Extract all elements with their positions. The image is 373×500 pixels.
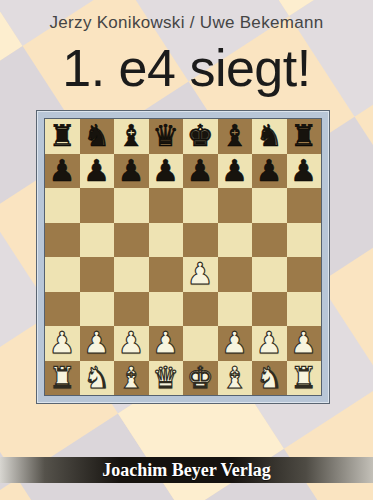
square-a2: ♟ [45, 326, 80, 361]
piece-white-pawn: ♟ [290, 326, 317, 361]
piece-black-pawn: ♟ [152, 154, 179, 189]
square-e3 [183, 292, 218, 327]
piece-white-bishop: ♝ [118, 361, 145, 396]
square-c1: ♝ [114, 361, 149, 396]
square-h8: ♜ [287, 119, 322, 154]
square-c6 [114, 188, 149, 223]
piece-black-rook: ♜ [49, 119, 76, 154]
square-d6 [149, 188, 184, 223]
square-g7: ♟ [252, 154, 287, 189]
square-g2: ♟ [252, 326, 287, 361]
square-g8: ♞ [252, 119, 287, 154]
square-b6 [80, 188, 115, 223]
square-b1: ♞ [80, 361, 115, 396]
square-c3 [114, 292, 149, 327]
square-e2 [183, 326, 218, 361]
square-e7: ♟ [183, 154, 218, 189]
square-a6 [45, 188, 80, 223]
square-f5 [218, 223, 253, 258]
piece-white-rook: ♜ [290, 361, 317, 396]
square-c4 [114, 257, 149, 292]
square-f3 [218, 292, 253, 327]
square-f2: ♟ [218, 326, 253, 361]
square-e5 [183, 223, 218, 258]
author-names: Jerzy Konikowski / Uwe Bekemann [0, 13, 373, 33]
square-e1: ♚ [183, 361, 218, 396]
square-a7: ♟ [45, 154, 80, 189]
square-d7: ♟ [149, 154, 184, 189]
piece-black-pawn: ♟ [118, 154, 145, 189]
square-h5 [287, 223, 322, 258]
square-h7: ♟ [287, 154, 322, 189]
square-g1: ♞ [252, 361, 287, 396]
publisher-bar: Joachim Beyer Verlag [0, 457, 373, 483]
piece-black-king: ♚ [187, 119, 214, 154]
piece-white-king: ♚ [187, 361, 214, 396]
square-a8: ♜ [45, 119, 80, 154]
book-title: 1. e4 siegt! [0, 38, 373, 98]
square-c2: ♟ [114, 326, 149, 361]
square-b7: ♟ [80, 154, 115, 189]
square-h1: ♜ [287, 361, 322, 396]
piece-white-bishop: ♝ [221, 361, 248, 396]
square-d4 [149, 257, 184, 292]
piece-white-knight: ♞ [256, 361, 283, 396]
chess-board: ♜♞♝♛♚♝♞♜♟♟♟♟♟♟♟♟♟♟♟♟♟♟♟♟♜♞♝♛♚♝♞♜ [36, 110, 330, 404]
piece-white-pawn: ♟ [83, 326, 110, 361]
piece-black-pawn: ♟ [256, 154, 283, 189]
square-f7: ♟ [218, 154, 253, 189]
piece-white-rook: ♜ [49, 361, 76, 396]
piece-black-pawn: ♟ [187, 154, 214, 189]
square-e4: ♟ [183, 257, 218, 292]
square-b3 [80, 292, 115, 327]
square-h4 [287, 257, 322, 292]
piece-black-pawn: ♟ [290, 154, 317, 189]
piece-black-pawn: ♟ [49, 154, 76, 189]
square-g4 [252, 257, 287, 292]
square-b4 [80, 257, 115, 292]
piece-white-pawn: ♟ [187, 257, 214, 292]
square-h3 [287, 292, 322, 327]
square-b5 [80, 223, 115, 258]
square-h2: ♟ [287, 326, 322, 361]
square-h6 [287, 188, 322, 223]
square-f1: ♝ [218, 361, 253, 396]
piece-black-bishop: ♝ [221, 119, 248, 154]
piece-black-pawn: ♟ [83, 154, 110, 189]
square-c5 [114, 223, 149, 258]
piece-black-knight: ♞ [256, 119, 283, 154]
square-a1: ♜ [45, 361, 80, 396]
square-g5 [252, 223, 287, 258]
square-d5 [149, 223, 184, 258]
square-d1: ♛ [149, 361, 184, 396]
piece-white-knight: ♞ [83, 361, 110, 396]
square-d8: ♛ [149, 119, 184, 154]
piece-white-pawn: ♟ [221, 326, 248, 361]
square-c8: ♝ [114, 119, 149, 154]
publisher-name: Joachim Beyer Verlag [102, 460, 271, 480]
square-a3 [45, 292, 80, 327]
piece-white-pawn: ♟ [152, 326, 179, 361]
square-b8: ♞ [80, 119, 115, 154]
piece-black-queen: ♛ [152, 119, 179, 154]
square-g3 [252, 292, 287, 327]
square-b2: ♟ [80, 326, 115, 361]
piece-white-queen: ♛ [152, 361, 179, 396]
square-e6 [183, 188, 218, 223]
square-f4 [218, 257, 253, 292]
piece-white-pawn: ♟ [49, 326, 76, 361]
piece-black-pawn: ♟ [221, 154, 248, 189]
piece-white-pawn: ♟ [256, 326, 283, 361]
square-a5 [45, 223, 80, 258]
square-d2: ♟ [149, 326, 184, 361]
square-f6 [218, 188, 253, 223]
piece-black-knight: ♞ [83, 119, 110, 154]
piece-white-pawn: ♟ [118, 326, 145, 361]
square-c7: ♟ [114, 154, 149, 189]
piece-black-bishop: ♝ [118, 119, 145, 154]
book-cover: Jerzy Konikowski / Uwe Bekemann 1. e4 si… [0, 0, 373, 500]
square-d3 [149, 292, 184, 327]
square-e8: ♚ [183, 119, 218, 154]
piece-black-rook: ♜ [290, 119, 317, 154]
square-f8: ♝ [218, 119, 253, 154]
square-g6 [252, 188, 287, 223]
board-grid: ♜♞♝♛♚♝♞♜♟♟♟♟♟♟♟♟♟♟♟♟♟♟♟♟♜♞♝♛♚♝♞♜ [44, 118, 322, 396]
square-a4 [45, 257, 80, 292]
